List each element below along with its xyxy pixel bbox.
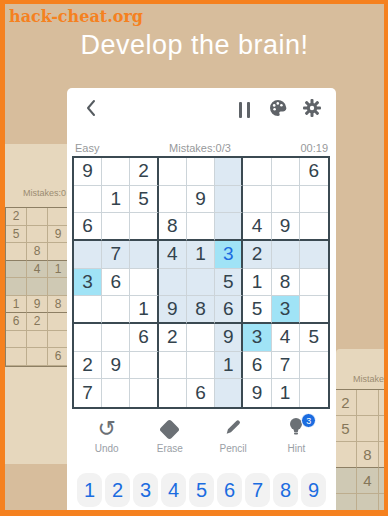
status-row: Easy Mistakes:0/3 00:19 — [75, 142, 328, 154]
sudoku-cell-r8c1[interactable]: 2 — [74, 352, 102, 380]
numpad-key-9[interactable]: 9 — [301, 473, 326, 507]
sudoku-cell-r2c6[interactable] — [215, 186, 243, 214]
numpad-key-2[interactable]: 2 — [105, 473, 130, 507]
sudoku-cell-r9c8[interactable]: 1 — [272, 379, 300, 407]
background-board-left-grid: 259841198626 — [5, 207, 70, 367]
sudoku-cell-r2c3[interactable]: 5 — [130, 186, 158, 214]
background-cell — [335, 494, 357, 516]
sudoku-cell-r5c6[interactable]: 5 — [215, 269, 243, 297]
app-header — [79, 98, 324, 122]
sudoku-cell-r6c8[interactable]: 3 — [272, 296, 300, 324]
sudoku-cell-r3c7[interactable]: 4 — [243, 213, 271, 241]
sudoku-cell-r5c9[interactable] — [300, 269, 328, 297]
background-cell — [357, 390, 379, 416]
background-cell: 2 — [27, 313, 48, 331]
background-cell: 1 — [48, 261, 69, 279]
erase-label: Erase — [157, 443, 183, 454]
undo-icon: ↺ — [97, 419, 115, 439]
pause-icon — [239, 102, 250, 118]
sudoku-cell-r3c4[interactable]: 8 — [159, 213, 187, 241]
hint-button[interactable]: Hint 3 — [268, 418, 324, 462]
number-pad: 123456789 — [67, 473, 336, 507]
background-cell: 9 — [48, 226, 69, 244]
background-cell — [357, 416, 379, 442]
sudoku-cell-r2c9[interactable] — [300, 186, 328, 214]
background-cell: 2 — [335, 390, 357, 416]
sudoku-cell-r3c9[interactable] — [300, 213, 328, 241]
background-cell — [48, 331, 69, 349]
sudoku-cell-r9c3[interactable] — [130, 379, 158, 407]
background-left-mistakes-label: Mistakes:0 — [5, 188, 66, 198]
sudoku-cell-r4c4[interactable]: 4 — [159, 241, 187, 269]
sudoku-cell-r5c4[interactable] — [159, 269, 187, 297]
watermark-text: hack-cheat.org — [9, 7, 143, 26]
numpad-key-7[interactable]: 7 — [245, 473, 270, 507]
background-cell — [27, 278, 48, 296]
sudoku-cell-r4c8[interactable] — [272, 241, 300, 269]
background-cell — [48, 243, 69, 261]
sudoku-cell-r1c5[interactable] — [187, 158, 215, 186]
sudoku-cell-r6c1[interactable] — [74, 296, 102, 324]
sudoku-cell-r1c2[interactable] — [102, 158, 130, 186]
background-cell — [6, 278, 27, 296]
gear-icon — [302, 98, 322, 122]
sudoku-cell-r5c3[interactable] — [130, 269, 158, 297]
sudoku-cell-r6c5[interactable]: 8 — [187, 296, 215, 324]
difficulty-label: Easy — [75, 142, 99, 154]
sudoku-cell-r2c7[interactable] — [243, 186, 271, 214]
background-cell — [48, 208, 69, 226]
background-cell — [379, 494, 388, 516]
sudoku-cell-r3c2[interactable] — [102, 213, 130, 241]
sudoku-cell-r9c1[interactable]: 7 — [74, 379, 102, 407]
background-right-mistakes-label: Mistakes: — [339, 374, 388, 384]
sudoku-cell-r7c8[interactable]: 4 — [272, 324, 300, 352]
numpad-key-8[interactable]: 8 — [273, 473, 298, 507]
background-cell: 8 — [27, 243, 48, 261]
sudoku-cell-r3c8[interactable]: 9 — [272, 213, 300, 241]
sudoku-cell-r6c9[interactable] — [300, 296, 328, 324]
numpad-key-1[interactable]: 1 — [77, 473, 102, 507]
sudoku-cell-r9c9[interactable] — [300, 379, 328, 407]
sudoku-cell-r4c1[interactable] — [74, 241, 102, 269]
sudoku-cell-r7c4[interactable]: 2 — [159, 324, 187, 352]
pencil-icon — [224, 418, 242, 440]
palette-icon — [268, 98, 288, 122]
sudoku-cell-r6c7[interactable]: 5 — [243, 296, 271, 324]
sudoku-cell-r6c6[interactable]: 6 — [215, 296, 243, 324]
sudoku-cell-r8c7[interactable]: 6 — [243, 352, 271, 380]
sudoku-cell-r5c2[interactable]: 6 — [102, 269, 130, 297]
theme-button[interactable] — [266, 98, 290, 122]
numpad-key-3[interactable]: 3 — [133, 473, 158, 507]
background-cell: 5 — [6, 226, 27, 244]
sudoku-cell-r9c5[interactable]: 6 — [187, 379, 215, 407]
background-cell — [357, 494, 379, 516]
eraser-icon — [159, 418, 180, 439]
background-cell — [379, 390, 388, 416]
sudoku-cell-r8c6[interactable]: 1 — [215, 352, 243, 380]
background-cell: 1 — [6, 296, 27, 314]
back-button[interactable] — [79, 98, 103, 122]
background-cell: 9 — [27, 296, 48, 314]
sudoku-cell-r7c6[interactable]: 9 — [215, 324, 243, 352]
sudoku-cell-r5c1[interactable]: 3 — [74, 269, 102, 297]
pause-button[interactable] — [232, 98, 256, 122]
background-cell — [335, 442, 357, 468]
sudoku-app-card: Easy Mistakes:0/3 00:19 9261596849741323… — [67, 88, 336, 514]
sudoku-cell-r8c3[interactable] — [130, 352, 158, 380]
sudoku-cell-r4c2[interactable]: 7 — [102, 241, 130, 269]
sudoku-cell-r7c3[interactable]: 6 — [130, 324, 158, 352]
timer-label: 00:19 — [300, 142, 328, 154]
numpad-key-6[interactable]: 6 — [217, 473, 242, 507]
sudoku-cell-r7c7[interactable]: 3 — [243, 324, 271, 352]
erase-button[interactable]: Erase — [142, 418, 198, 462]
sudoku-cell-r5c7[interactable]: 1 — [243, 269, 271, 297]
background-cell: 5 — [335, 416, 357, 442]
undo-button[interactable]: ↺ Undo — [79, 418, 135, 462]
background-cell: 8 — [357, 442, 379, 468]
sudoku-cell-r9c7[interactable]: 9 — [243, 379, 271, 407]
background-cell — [6, 261, 27, 279]
sudoku-cell-r2c2[interactable]: 1 — [102, 186, 130, 214]
sudoku-cell-r2c5[interactable]: 9 — [187, 186, 215, 214]
sudoku-cell-r8c8[interactable]: 7 — [272, 352, 300, 380]
background-cell — [6, 331, 27, 349]
background-cell: 6 — [6, 313, 27, 331]
background-cell — [27, 208, 48, 226]
sudoku-cell-r1c8[interactable] — [272, 158, 300, 186]
sudoku-cell-r8c4[interactable] — [159, 352, 187, 380]
sudoku-cell-r2c4[interactable] — [159, 186, 187, 214]
sudoku-cell-r1c6[interactable] — [215, 158, 243, 186]
sudoku-cell-r7c9[interactable]: 5 — [300, 324, 328, 352]
background-cell: 9 — [379, 416, 388, 442]
numpad-key-4[interactable]: 4 — [161, 473, 186, 507]
sudoku-cell-r3c3[interactable] — [130, 213, 158, 241]
hint-label: Hint — [287, 443, 305, 454]
sudoku-cell-r1c9[interactable]: 6 — [300, 158, 328, 186]
sudoku-cell-r8c2[interactable]: 9 — [102, 352, 130, 380]
sudoku-cell-r6c4[interactable]: 9 — [159, 296, 187, 324]
sudoku-cell-r5c5[interactable] — [187, 269, 215, 297]
sudoku-cell-r9c2[interactable] — [102, 379, 130, 407]
background-board-right-grid: 259841198626 — [334, 389, 388, 516]
sudoku-cell-r7c5[interactable] — [187, 324, 215, 352]
sudoku-cell-r7c1[interactable] — [74, 324, 102, 352]
sudoku-cell-r2c1[interactable] — [74, 186, 102, 214]
pencil-button[interactable]: Pencil — [205, 418, 261, 462]
background-cell: 6 — [48, 348, 69, 366]
background-cell: 4 — [357, 468, 379, 494]
sudoku-cell-r1c7[interactable] — [243, 158, 271, 186]
background-cell — [27, 226, 48, 244]
sudoku-grid: 9261596849741323651819865362934529167769… — [72, 156, 330, 409]
background-cell — [27, 331, 48, 349]
sudoku-cell-r8c5[interactable] — [187, 352, 215, 380]
sudoku-cell-r8c9[interactable] — [300, 352, 328, 380]
background-cell — [335, 468, 357, 494]
sudoku-cell-r1c4[interactable] — [159, 158, 187, 186]
sudoku-cell-r9c4[interactable] — [159, 379, 187, 407]
settings-button[interactable] — [300, 98, 324, 122]
sudoku-cell-r4c3[interactable] — [130, 241, 158, 269]
background-cell: 2 — [6, 208, 27, 226]
banner-title: Develop the brain! — [5, 30, 384, 61]
sudoku-cell-r1c1[interactable]: 9 — [74, 158, 102, 186]
background-cell: 8 — [48, 296, 69, 314]
back-chevron-icon — [85, 99, 97, 121]
undo-label: Undo — [95, 443, 119, 454]
background-cell — [379, 442, 388, 468]
sudoku-cell-r3c1[interactable]: 6 — [74, 213, 102, 241]
background-cell: 4 — [27, 261, 48, 279]
background-cell — [27, 348, 48, 366]
sudoku-cell-r3c6[interactable] — [215, 213, 243, 241]
background-cell — [6, 243, 27, 261]
hint-count-badge: 3 — [301, 413, 316, 428]
sudoku-cell-r4c6[interactable]: 3 — [215, 241, 243, 269]
sudoku-cell-r1c3[interactable]: 2 — [130, 158, 158, 186]
sudoku-cell-r7c2[interactable] — [102, 324, 130, 352]
pencil-label: Pencil — [220, 443, 247, 454]
sudoku-cell-r4c9[interactable] — [300, 241, 328, 269]
toolbar: ↺ Undo Erase Pencil — [75, 418, 328, 462]
sudoku-cell-r5c8[interactable]: 8 — [272, 269, 300, 297]
sudoku-cell-r2c8[interactable] — [272, 186, 300, 214]
sudoku-cell-r9c6[interactable] — [215, 379, 243, 407]
sudoku-cell-r6c3[interactable]: 1 — [130, 296, 158, 324]
sudoku-cell-r6c2[interactable] — [102, 296, 130, 324]
sudoku-cell-r4c5[interactable]: 1 — [187, 241, 215, 269]
background-cell — [48, 278, 69, 296]
background-cell — [48, 313, 69, 331]
numpad-key-5[interactable]: 5 — [189, 473, 214, 507]
background-cell: 1 — [379, 468, 388, 494]
mistakes-label: Mistakes:0/3 — [169, 142, 231, 154]
sudoku-cell-r3c5[interactable] — [187, 213, 215, 241]
sudoku-cell-r4c7[interactable]: 2 — [243, 241, 271, 269]
background-cell — [6, 348, 27, 366]
